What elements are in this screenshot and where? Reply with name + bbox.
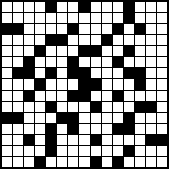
white-cell-r14c7[interactable] xyxy=(68,146,78,156)
black-cell-r7c7 xyxy=(68,68,78,78)
white-cell-r13c13[interactable] xyxy=(135,135,145,145)
white-cell-r8c11[interactable] xyxy=(113,79,123,89)
black-cell-r5c4 xyxy=(35,46,45,56)
white-cell-r2c13[interactable] xyxy=(135,13,145,23)
crossword-page xyxy=(0,0,169,169)
white-cell-r10c12[interactable] xyxy=(124,102,134,112)
white-cell-r15c14[interactable] xyxy=(146,157,156,167)
black-cell-r7c3 xyxy=(24,68,34,78)
white-cell-r5c14[interactable] xyxy=(146,46,156,56)
black-cell-r1c12 xyxy=(124,2,134,12)
white-cell-r5c1[interactable] xyxy=(2,46,12,56)
white-cell-r9c14[interactable] xyxy=(146,91,156,101)
white-cell-r7c10[interactable] xyxy=(102,68,112,78)
white-cell-r3c4[interactable] xyxy=(35,24,45,34)
black-cell-r4c10 xyxy=(102,35,112,45)
black-cell-r8c9 xyxy=(91,79,101,89)
white-cell-r5c6[interactable] xyxy=(57,46,67,56)
black-cell-r9c11 xyxy=(113,91,123,101)
white-cell-r5c2[interactable] xyxy=(13,46,23,56)
white-cell-r1c7[interactable] xyxy=(68,2,78,12)
black-cell-r7c12 xyxy=(124,68,134,78)
black-cell-r11c12 xyxy=(124,113,134,123)
white-cell-r1c6[interactable] xyxy=(57,2,67,12)
white-cell-r8c6[interactable] xyxy=(57,79,67,89)
white-cell-r2c9[interactable] xyxy=(91,13,101,23)
white-cell-r4c13[interactable] xyxy=(135,35,145,45)
white-cell-r6c6[interactable] xyxy=(57,57,67,67)
white-cell-r9c6[interactable] xyxy=(57,91,67,101)
white-cell-r15c7[interactable] xyxy=(68,157,78,167)
white-cell-r11c11[interactable] xyxy=(113,113,123,123)
white-cell-r15c15[interactable] xyxy=(157,157,167,167)
white-cell-r11c13[interactable] xyxy=(135,113,145,123)
white-cell-r6c14[interactable] xyxy=(146,57,156,67)
black-cell-r10c13 xyxy=(135,102,145,112)
white-cell-r1c9[interactable] xyxy=(91,2,101,12)
white-cell-r15c6[interactable] xyxy=(57,157,67,167)
white-cell-r4c3[interactable] xyxy=(24,35,34,45)
white-cell-r12c15[interactable] xyxy=(157,124,167,134)
white-cell-r12c8[interactable] xyxy=(79,124,89,134)
black-cell-r7c8 xyxy=(79,68,89,78)
white-cell-r12c9[interactable] xyxy=(91,124,101,134)
white-cell-r1c10[interactable] xyxy=(102,2,112,12)
white-cell-r9c5[interactable] xyxy=(46,91,56,101)
black-cell-r11c7 xyxy=(68,113,78,123)
white-cell-r10c15[interactable] xyxy=(157,102,167,112)
white-cell-r4c12[interactable] xyxy=(124,35,134,45)
white-cell-r8c10[interactable] xyxy=(102,79,112,89)
white-cell-r10c4[interactable] xyxy=(35,102,45,112)
black-cell-r10c5 xyxy=(46,102,56,112)
white-cell-r15c12[interactable] xyxy=(124,157,134,167)
black-cell-r9c7 xyxy=(68,91,78,101)
white-cell-r6c13[interactable] xyxy=(135,57,145,67)
white-cell-r2c7[interactable] xyxy=(68,13,78,23)
white-cell-r5c13[interactable] xyxy=(135,46,145,56)
white-cell-r2c11[interactable] xyxy=(113,13,123,23)
black-cell-r10c9 xyxy=(91,102,101,112)
white-cell-r9c1[interactable] xyxy=(2,91,12,101)
white-cell-r14c14[interactable] xyxy=(146,146,156,156)
white-cell-r4c9[interactable] xyxy=(91,35,101,45)
black-cell-r12c7 xyxy=(68,124,78,134)
white-cell-r1c4[interactable] xyxy=(35,2,45,12)
white-cell-r13c7[interactable] xyxy=(68,135,78,145)
white-cell-r13c2[interactable] xyxy=(13,135,23,145)
black-cell-r13c3 xyxy=(24,135,34,145)
black-cell-r13c5 xyxy=(46,135,56,145)
white-cell-r5c5[interactable] xyxy=(46,46,56,56)
white-cell-r4c8[interactable] xyxy=(79,35,89,45)
black-cell-r3c11 xyxy=(113,24,123,34)
white-cell-r11c4[interactable] xyxy=(35,113,45,123)
white-cell-r4c2[interactable] xyxy=(13,35,23,45)
black-cell-r5c8 xyxy=(79,46,89,56)
white-cell-r6c15[interactable] xyxy=(157,57,167,67)
white-cell-r1c15[interactable] xyxy=(157,2,167,12)
white-cell-r4c4[interactable] xyxy=(35,35,45,45)
white-cell-r10c7[interactable] xyxy=(68,102,78,112)
black-cell-r5c9 xyxy=(91,46,101,56)
white-cell-r4c7[interactable] xyxy=(68,35,78,45)
white-cell-r3c6[interactable] xyxy=(57,24,67,34)
white-cell-r1c13[interactable] xyxy=(135,2,145,12)
white-cell-r4c15[interactable] xyxy=(157,35,167,45)
white-cell-r1c2[interactable] xyxy=(13,2,23,12)
white-cell-r12c4[interactable] xyxy=(35,124,45,134)
white-cell-r14c8[interactable] xyxy=(79,146,89,156)
white-cell-r14c13[interactable] xyxy=(135,146,145,156)
white-cell-r2c15[interactable] xyxy=(157,13,167,23)
white-cell-r4c11[interactable] xyxy=(113,35,123,45)
white-cell-r7c14[interactable] xyxy=(146,68,156,78)
white-cell-r5c15[interactable] xyxy=(157,46,167,56)
white-cell-r12c13[interactable] xyxy=(135,124,145,134)
white-cell-r1c14[interactable] xyxy=(146,2,156,12)
white-cell-r13c11[interactable] xyxy=(113,135,123,145)
white-cell-r8c12[interactable] xyxy=(124,79,134,89)
white-cell-r3c8[interactable] xyxy=(79,24,89,34)
white-cell-r15c10[interactable] xyxy=(102,157,112,167)
white-cell-r14c2[interactable] xyxy=(13,146,23,156)
black-cell-r8c8 xyxy=(79,79,89,89)
white-cell-r9c15[interactable] xyxy=(157,91,167,101)
white-cell-r7c4[interactable] xyxy=(35,68,45,78)
white-cell-r14c3[interactable] xyxy=(24,146,34,156)
black-cell-r12c11 xyxy=(113,124,123,134)
white-cell-r13c4[interactable] xyxy=(35,135,45,145)
white-cell-r3c9[interactable] xyxy=(91,24,101,34)
white-cell-r4c1[interactable] xyxy=(2,35,12,45)
white-cell-r5c11[interactable] xyxy=(113,46,123,56)
white-cell-r10c10[interactable] xyxy=(102,102,112,112)
black-cell-r1c8 xyxy=(79,2,89,12)
white-cell-r3c15[interactable] xyxy=(157,24,167,34)
black-cell-r9c8 xyxy=(79,91,89,101)
white-cell-r2c3[interactable] xyxy=(24,13,34,23)
black-cell-r15c11 xyxy=(113,157,123,167)
white-cell-r15c3[interactable] xyxy=(24,157,34,167)
white-cell-r8c5[interactable] xyxy=(46,79,56,89)
white-cell-r15c1[interactable] xyxy=(2,157,12,167)
white-cell-r3c3[interactable] xyxy=(24,24,34,34)
white-cell-r10c11[interactable] xyxy=(113,102,123,112)
white-cell-r10c2[interactable] xyxy=(13,102,23,112)
white-cell-r6c10[interactable] xyxy=(102,57,112,67)
black-cell-r7c5 xyxy=(46,68,56,78)
white-cell-r1c1[interactable] xyxy=(2,2,12,12)
white-cell-r10c1[interactable] xyxy=(2,102,12,112)
white-cell-r12c6[interactable] xyxy=(57,124,67,134)
white-cell-r2c10[interactable] xyxy=(102,13,112,23)
white-cell-r8c15[interactable] xyxy=(157,79,167,89)
white-cell-r13c1[interactable] xyxy=(2,135,12,145)
white-cell-r7c1[interactable] xyxy=(2,68,12,78)
black-cell-r15c4 xyxy=(35,157,45,167)
white-cell-r7c9[interactable] xyxy=(91,68,101,78)
white-cell-r9c12[interactable] xyxy=(124,91,134,101)
white-cell-r14c11[interactable] xyxy=(113,146,123,156)
white-cell-r5c10[interactable] xyxy=(102,46,112,56)
black-cell-r11c1 xyxy=(2,113,12,123)
white-cell-r5c3[interactable] xyxy=(24,46,34,56)
white-cell-r2c4[interactable] xyxy=(35,13,45,23)
white-cell-r11c15[interactable] xyxy=(157,113,167,123)
black-cell-r13c14 xyxy=(146,135,156,145)
black-cell-r6c3 xyxy=(24,57,34,67)
black-cell-r4c5 xyxy=(46,35,56,45)
white-cell-r11c10[interactable] xyxy=(102,113,112,123)
black-cell-r3c1 xyxy=(2,24,12,34)
white-cell-r11c5[interactable] xyxy=(46,113,56,123)
black-cell-r1c5 xyxy=(46,2,56,12)
white-cell-r8c1[interactable] xyxy=(2,79,12,89)
white-cell-r7c6[interactable] xyxy=(57,68,67,78)
white-cell-r6c2[interactable] xyxy=(13,57,23,67)
white-cell-r6c12[interactable] xyxy=(124,57,134,67)
white-cell-r2c1[interactable] xyxy=(2,13,12,23)
white-cell-r3c12[interactable] xyxy=(124,24,134,34)
black-cell-r3c7 xyxy=(68,24,78,34)
white-cell-r13c12[interactable] xyxy=(124,135,134,145)
white-cell-r9c9[interactable] xyxy=(91,91,101,101)
white-cell-r9c2[interactable] xyxy=(13,91,23,101)
white-cell-r14c4[interactable] xyxy=(35,146,45,156)
white-cell-r2c6[interactable] xyxy=(57,13,67,23)
white-cell-r2c2[interactable] xyxy=(13,13,23,23)
black-cell-r14c5 xyxy=(46,146,56,156)
white-cell-r11c14[interactable] xyxy=(146,113,156,123)
white-cell-r11c8[interactable] xyxy=(79,113,89,123)
black-cell-r4c6 xyxy=(57,35,67,45)
white-cell-r12c1[interactable] xyxy=(2,124,12,134)
black-cell-r15c9 xyxy=(91,157,101,167)
black-cell-r6c11 xyxy=(113,57,123,67)
white-cell-r3c5[interactable] xyxy=(46,24,56,34)
white-cell-r8c7[interactable] xyxy=(68,79,78,89)
white-cell-r14c1[interactable] xyxy=(2,146,12,156)
white-cell-r1c3[interactable] xyxy=(24,2,34,12)
white-cell-r9c10[interactable] xyxy=(102,91,112,101)
white-cell-r14c10[interactable] xyxy=(102,146,112,156)
white-cell-r8c3[interactable] xyxy=(24,79,34,89)
white-cell-r12c14[interactable] xyxy=(146,124,156,134)
white-cell-r8c2[interactable] xyxy=(13,79,23,89)
white-cell-r12c3[interactable] xyxy=(24,124,34,134)
black-cell-r10c14 xyxy=(146,102,156,112)
black-cell-r7c13 xyxy=(135,68,145,78)
black-cell-r11c2 xyxy=(13,113,23,123)
white-cell-r12c10[interactable] xyxy=(102,124,112,134)
white-cell-r15c13[interactable] xyxy=(135,157,145,167)
white-cell-r6c1[interactable] xyxy=(2,57,12,67)
black-cell-r13c15 xyxy=(157,135,167,145)
white-cell-r9c4[interactable] xyxy=(35,91,45,101)
white-cell-r2c14[interactable] xyxy=(146,13,156,23)
white-cell-r6c8[interactable] xyxy=(79,57,89,67)
black-cell-r13c9 xyxy=(91,135,101,145)
black-cell-r14c12 xyxy=(124,146,134,156)
white-cell-r10c3[interactable] xyxy=(24,102,34,112)
white-cell-r15c2[interactable] xyxy=(13,157,23,167)
white-cell-r13c6[interactable] xyxy=(57,135,67,145)
white-cell-r14c9[interactable] xyxy=(91,146,101,156)
white-cell-r11c3[interactable] xyxy=(24,113,34,123)
black-cell-r12c12 xyxy=(124,124,134,134)
white-cell-r14c15[interactable] xyxy=(157,146,167,156)
white-cell-r10c6[interactable] xyxy=(57,102,67,112)
white-cell-r14c6[interactable] xyxy=(57,146,67,156)
white-cell-r15c5[interactable] xyxy=(46,157,56,167)
black-cell-r11c6 xyxy=(57,113,67,123)
white-cell-r6c9[interactable] xyxy=(91,57,101,67)
black-cell-r6c7 xyxy=(68,57,78,67)
white-cell-r13c10[interactable] xyxy=(102,135,112,145)
white-cell-r12c2[interactable] xyxy=(13,124,23,134)
black-cell-r5c12 xyxy=(124,46,134,56)
white-cell-r2c8[interactable] xyxy=(79,13,89,23)
black-cell-r7c2 xyxy=(13,68,23,78)
white-cell-r7c11[interactable] xyxy=(113,68,123,78)
black-cell-r9c3 xyxy=(24,91,34,101)
white-cell-r7c15[interactable] xyxy=(157,68,167,78)
white-cell-r1c11[interactable] xyxy=(113,2,123,12)
white-cell-r4c14[interactable] xyxy=(146,35,156,45)
white-cell-r9c13[interactable] xyxy=(135,91,145,101)
white-cell-r3c14[interactable] xyxy=(146,24,156,34)
black-cell-r12c5 xyxy=(46,124,56,134)
white-cell-r10c8[interactable] xyxy=(79,102,89,112)
white-cell-r13c8[interactable] xyxy=(79,135,89,145)
white-cell-r11c9[interactable] xyxy=(91,113,101,123)
white-cell-r6c4[interactable] xyxy=(35,57,45,67)
white-cell-r6c5[interactable] xyxy=(46,57,56,67)
black-cell-r3c2 xyxy=(13,24,23,34)
white-cell-r3c10[interactable] xyxy=(102,24,112,34)
black-cell-r3c13 xyxy=(135,24,145,34)
black-cell-r8c4 xyxy=(35,79,45,89)
white-cell-r2c5[interactable] xyxy=(46,13,56,23)
white-cell-r5c7[interactable] xyxy=(68,46,78,56)
black-cell-r8c13 xyxy=(135,79,145,89)
black-cell-r2c12 xyxy=(124,13,134,23)
white-cell-r15c8[interactable] xyxy=(79,157,89,167)
crossword-grid xyxy=(0,0,169,169)
white-cell-r8c14[interactable] xyxy=(146,79,156,89)
